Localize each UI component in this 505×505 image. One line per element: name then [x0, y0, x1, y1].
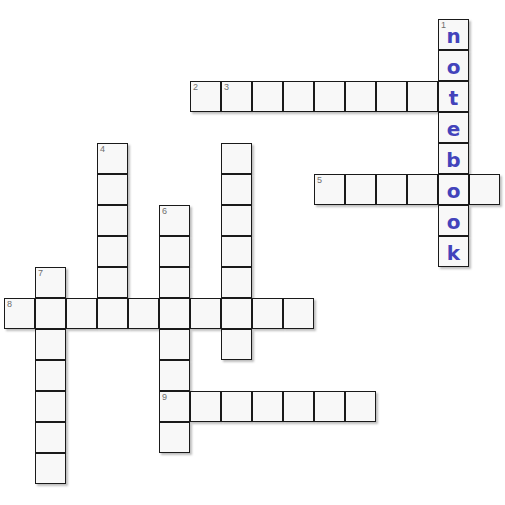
cell-r9c5[interactable]	[159, 298, 190, 329]
cell-r2c6[interactable]: 2	[190, 81, 221, 112]
letter-glyph: o	[447, 57, 461, 77]
cell-r3c14[interactable]: e	[438, 112, 469, 143]
cell-r2c10[interactable]	[314, 81, 345, 112]
cell-r10c7[interactable]	[221, 329, 252, 360]
cell-r5c12[interactable]	[376, 174, 407, 205]
cell-r9c6[interactable]	[190, 298, 221, 329]
cell-r5c11[interactable]	[345, 174, 376, 205]
cell-r9c9[interactable]	[283, 298, 314, 329]
clue-number-4: 4	[100, 144, 105, 154]
cell-r9c1[interactable]	[35, 298, 66, 329]
cell-r6c5[interactable]: 6	[159, 205, 190, 236]
cell-r7c3[interactable]	[97, 236, 128, 267]
cell-r13c5[interactable]	[159, 422, 190, 453]
clue-number-7: 7	[38, 268, 43, 278]
clue-number-3: 3	[224, 82, 229, 92]
cell-r5c13[interactable]	[407, 174, 438, 205]
cell-r9c2[interactable]	[66, 298, 97, 329]
cell-r7c7[interactable]	[221, 236, 252, 267]
cell-r9c3[interactable]	[97, 298, 128, 329]
cell-r2c14[interactable]: t	[438, 81, 469, 112]
cell-r8c5[interactable]	[159, 267, 190, 298]
cell-r9c0[interactable]: 8	[4, 298, 35, 329]
cell-r5c14[interactable]: o	[438, 174, 469, 205]
letter-glyph: b	[446, 150, 460, 170]
cell-r8c3[interactable]	[97, 267, 128, 298]
clue-number-1: 1	[441, 20, 446, 30]
cell-r13c1[interactable]	[35, 422, 66, 453]
cell-r5c10[interactable]: 5	[314, 174, 345, 205]
cell-r2c7[interactable]: 3	[221, 81, 252, 112]
letter-glyph: k	[447, 243, 460, 263]
cell-r12c8[interactable]	[252, 391, 283, 422]
cell-r8c1[interactable]: 7	[35, 267, 66, 298]
cell-r2c8[interactable]	[252, 81, 283, 112]
cell-r8c7[interactable]	[221, 267, 252, 298]
cell-r4c3[interactable]: 4	[97, 143, 128, 174]
cell-r0c14[interactable]: 1n	[438, 19, 469, 50]
cell-r10c5[interactable]	[159, 329, 190, 360]
letter-glyph: e	[447, 119, 461, 139]
cell-r10c1[interactable]	[35, 329, 66, 360]
cell-r6c7[interactable]	[221, 205, 252, 236]
clue-number-9: 9	[162, 392, 167, 402]
cell-r11c5[interactable]	[159, 360, 190, 391]
cell-r2c12[interactable]	[376, 81, 407, 112]
cell-r9c8[interactable]	[252, 298, 283, 329]
cell-r12c6[interactable]	[190, 391, 221, 422]
cell-r12c7[interactable]	[221, 391, 252, 422]
cell-r12c1[interactable]	[35, 391, 66, 422]
cell-r4c14[interactable]: b	[438, 143, 469, 174]
cell-r12c11[interactable]	[345, 391, 376, 422]
cell-r2c11[interactable]	[345, 81, 376, 112]
cell-r9c7[interactable]	[221, 298, 252, 329]
cell-r5c15[interactable]	[469, 174, 500, 205]
clue-number-6: 6	[162, 206, 167, 216]
cell-r2c9[interactable]	[283, 81, 314, 112]
clue-number-2: 2	[193, 82, 198, 92]
crossword-screen: 1no23te4b5o6ok789	[0, 0, 505, 505]
letter-glyph: n	[446, 26, 460, 46]
cell-r4c7[interactable]	[221, 143, 252, 174]
cell-r12c5[interactable]: 9	[159, 391, 190, 422]
cell-r7c5[interactable]	[159, 236, 190, 267]
cell-r11c1[interactable]	[35, 360, 66, 391]
letter-glyph: t	[449, 88, 459, 108]
cell-r7c14[interactable]: k	[438, 236, 469, 267]
cell-r14c1[interactable]	[35, 453, 66, 484]
cell-r12c10[interactable]	[314, 391, 345, 422]
clue-number-5: 5	[317, 175, 322, 185]
clue-number-8: 8	[7, 299, 12, 309]
cell-r1c14[interactable]: o	[438, 50, 469, 81]
cell-r6c14[interactable]: o	[438, 205, 469, 236]
cell-r6c3[interactable]	[97, 205, 128, 236]
cell-r5c3[interactable]	[97, 174, 128, 205]
cell-r12c9[interactable]	[283, 391, 314, 422]
crossword-board: 1no23te4b5o6ok789	[4, 19, 500, 484]
cell-r5c7[interactable]	[221, 174, 252, 205]
letter-glyph: o	[447, 212, 461, 232]
cell-r2c13[interactable]	[407, 81, 438, 112]
cell-r9c4[interactable]	[128, 298, 159, 329]
letter-glyph: o	[447, 181, 461, 201]
